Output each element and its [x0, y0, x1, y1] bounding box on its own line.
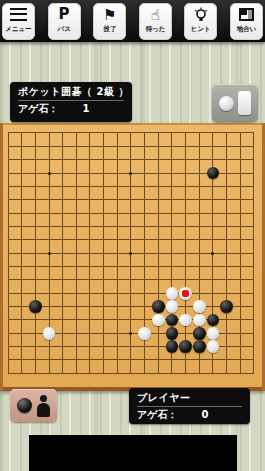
board-point[interactable]	[165, 246, 179, 259]
board-point[interactable]	[15, 340, 29, 353]
board-point[interactable]	[124, 353, 138, 366]
board-point[interactable]	[56, 193, 70, 206]
board-point[interactable]	[15, 246, 29, 259]
board-point[interactable]	[97, 367, 111, 380]
board-point[interactable]	[192, 233, 206, 246]
board-point[interactable]	[138, 340, 152, 353]
board-point[interactable]	[70, 166, 84, 179]
board-point[interactable]	[179, 300, 193, 313]
board-point[interactable]	[179, 140, 193, 153]
board-point[interactable]	[1, 367, 15, 380]
board-point[interactable]	[124, 153, 138, 166]
board-point[interactable]	[1, 340, 15, 353]
board-point[interactable]	[83, 313, 97, 326]
board-point[interactable]	[151, 193, 165, 206]
board-point[interactable]	[15, 220, 29, 233]
board-point[interactable]	[42, 300, 56, 313]
board-point[interactable]	[83, 273, 97, 286]
board-point[interactable]	[1, 180, 15, 193]
board-point[interactable]	[165, 140, 179, 153]
board-point[interactable]	[110, 340, 124, 353]
board-point[interactable]	[42, 126, 56, 139]
board-point[interactable]	[42, 153, 56, 166]
board-point[interactable]	[56, 260, 70, 273]
board-point[interactable]	[138, 220, 152, 233]
board-point[interactable]	[70, 273, 84, 286]
board-point[interactable]	[124, 193, 138, 206]
board-point[interactable]	[1, 353, 15, 366]
board-point[interactable]	[220, 300, 234, 313]
board-point[interactable]	[97, 180, 111, 193]
board-point[interactable]	[29, 206, 43, 219]
board-point[interactable]	[42, 140, 56, 153]
board-point[interactable]	[42, 180, 56, 193]
board-point[interactable]	[165, 206, 179, 219]
board-point[interactable]	[138, 206, 152, 219]
board-point[interactable]	[165, 193, 179, 206]
board-point[interactable]	[138, 246, 152, 259]
board-point[interactable]	[42, 220, 56, 233]
board-point[interactable]	[110, 353, 124, 366]
board-point[interactable]	[151, 126, 165, 139]
board-point[interactable]	[124, 300, 138, 313]
board-point[interactable]	[206, 233, 220, 246]
board-point[interactable]	[110, 273, 124, 286]
board-point[interactable]	[179, 126, 193, 139]
board-point[interactable]	[247, 300, 261, 313]
board-point[interactable]	[233, 166, 247, 179]
board-point[interactable]	[206, 140, 220, 153]
board-point[interactable]	[42, 193, 56, 206]
board-point[interactable]	[233, 180, 247, 193]
board-point[interactable]	[192, 206, 206, 219]
board-point[interactable]	[206, 367, 220, 380]
board-point[interactable]	[220, 287, 234, 300]
board-point[interactable]	[233, 220, 247, 233]
board-point[interactable]	[29, 153, 43, 166]
board-point[interactable]	[206, 313, 220, 326]
board-point[interactable]	[29, 287, 43, 300]
board-point[interactable]	[138, 153, 152, 166]
board-point[interactable]	[220, 206, 234, 219]
board-point[interactable]	[124, 246, 138, 259]
board-point[interactable]	[42, 327, 56, 340]
board-point[interactable]	[56, 340, 70, 353]
board-point[interactable]	[56, 180, 70, 193]
board-point[interactable]	[206, 206, 220, 219]
board-point[interactable]	[70, 153, 84, 166]
board-point[interactable]	[124, 166, 138, 179]
board-point[interactable]	[192, 140, 206, 153]
board-point[interactable]	[97, 273, 111, 286]
board-point[interactable]	[206, 353, 220, 366]
board-point[interactable]	[110, 166, 124, 179]
board-point[interactable]	[83, 220, 97, 233]
board-point[interactable]	[233, 300, 247, 313]
board-point[interactable]	[124, 206, 138, 219]
board-point[interactable]	[1, 193, 15, 206]
board-point[interactable]	[165, 340, 179, 353]
board-point[interactable]	[97, 353, 111, 366]
board-point[interactable]	[165, 367, 179, 380]
board-point[interactable]	[110, 153, 124, 166]
board-point[interactable]	[233, 273, 247, 286]
board-point[interactable]	[110, 193, 124, 206]
board-point[interactable]	[15, 140, 29, 153]
board-point[interactable]	[192, 273, 206, 286]
board-point[interactable]	[83, 340, 97, 353]
board-point[interactable]	[151, 340, 165, 353]
board-point[interactable]	[220, 260, 234, 273]
board-point[interactable]	[1, 260, 15, 273]
board-point[interactable]	[151, 313, 165, 326]
board-point[interactable]	[233, 246, 247, 259]
board-point[interactable]	[56, 233, 70, 246]
board-point[interactable]	[70, 206, 84, 219]
board-point[interactable]	[179, 206, 193, 219]
board-point[interactable]	[179, 367, 193, 380]
board-point[interactable]	[56, 367, 70, 380]
board-point[interactable]	[151, 353, 165, 366]
board-point[interactable]	[165, 180, 179, 193]
board-point[interactable]	[110, 233, 124, 246]
board-point[interactable]	[247, 193, 261, 206]
board-point[interactable]	[179, 287, 193, 300]
board-point[interactable]	[70, 340, 84, 353]
board-point[interactable]	[110, 367, 124, 380]
board-point[interactable]	[220, 126, 234, 139]
board-point[interactable]	[138, 287, 152, 300]
board-point[interactable]	[1, 313, 15, 326]
board-point[interactable]	[192, 300, 206, 313]
board-point[interactable]	[233, 313, 247, 326]
board-point[interactable]	[233, 233, 247, 246]
board-point[interactable]	[97, 300, 111, 313]
board-point[interactable]	[233, 126, 247, 139]
board-point[interactable]	[220, 180, 234, 193]
board-point[interactable]	[1, 126, 15, 139]
board-point[interactable]	[192, 260, 206, 273]
board-point[interactable]	[110, 327, 124, 340]
board-point[interactable]	[42, 233, 56, 246]
board-point[interactable]	[179, 233, 193, 246]
board-point[interactable]	[70, 140, 84, 153]
board-point[interactable]	[233, 327, 247, 340]
board-point[interactable]	[1, 153, 15, 166]
board-point[interactable]	[165, 233, 179, 246]
board-point[interactable]	[70, 327, 84, 340]
board-point[interactable]	[15, 193, 29, 206]
board-point[interactable]	[247, 206, 261, 219]
board-point[interactable]	[247, 367, 261, 380]
board-point[interactable]	[110, 313, 124, 326]
board-point[interactable]	[220, 340, 234, 353]
board-point[interactable]	[124, 327, 138, 340]
board-point[interactable]	[42, 287, 56, 300]
board-point[interactable]	[206, 220, 220, 233]
board-point[interactable]	[247, 260, 261, 273]
board-point[interactable]	[97, 233, 111, 246]
undo-button[interactable]: ☝ 待った	[139, 3, 172, 40]
board-point[interactable]	[42, 166, 56, 179]
board-point[interactable]	[83, 206, 97, 219]
board-point[interactable]	[56, 246, 70, 259]
board-point[interactable]	[138, 180, 152, 193]
board-point[interactable]	[247, 287, 261, 300]
board-point[interactable]	[83, 327, 97, 340]
board-point[interactable]	[70, 233, 84, 246]
board-point[interactable]	[29, 246, 43, 259]
board-point[interactable]	[233, 287, 247, 300]
board-point[interactable]	[42, 206, 56, 219]
board-point[interactable]	[70, 180, 84, 193]
board-point[interactable]	[124, 287, 138, 300]
board-point[interactable]	[15, 180, 29, 193]
board-point[interactable]	[233, 153, 247, 166]
board-point[interactable]	[247, 126, 261, 139]
resign-button[interactable]: ⚑ 投了	[93, 3, 126, 40]
board-point[interactable]	[56, 140, 70, 153]
board-point[interactable]	[42, 260, 56, 273]
board-point[interactable]	[70, 313, 84, 326]
board-point[interactable]	[233, 206, 247, 219]
board-point[interactable]	[138, 353, 152, 366]
board-point[interactable]	[165, 220, 179, 233]
board-point[interactable]	[29, 353, 43, 366]
board-point[interactable]	[206, 153, 220, 166]
board-point[interactable]	[110, 180, 124, 193]
board-point[interactable]	[124, 140, 138, 153]
board-point[interactable]	[97, 327, 111, 340]
board-point[interactable]	[151, 367, 165, 380]
board-point[interactable]	[110, 260, 124, 273]
board-point[interactable]	[138, 313, 152, 326]
board-point[interactable]	[56, 220, 70, 233]
board-point[interactable]	[56, 153, 70, 166]
board-point[interactable]	[192, 220, 206, 233]
board-point[interactable]	[179, 180, 193, 193]
board-point[interactable]	[15, 166, 29, 179]
board-point[interactable]	[151, 166, 165, 179]
board-point[interactable]	[15, 367, 29, 380]
board-point[interactable]	[220, 153, 234, 166]
board-point[interactable]	[29, 273, 43, 286]
board-point[interactable]	[56, 166, 70, 179]
board-point[interactable]	[70, 367, 84, 380]
board-point[interactable]	[138, 260, 152, 273]
board-point[interactable]	[247, 166, 261, 179]
board-point[interactable]	[70, 246, 84, 259]
board-point[interactable]	[220, 166, 234, 179]
board-point[interactable]	[165, 126, 179, 139]
board-point[interactable]	[29, 313, 43, 326]
board-point[interactable]	[29, 180, 43, 193]
board-point[interactable]	[138, 327, 152, 340]
board-point[interactable]	[192, 287, 206, 300]
board-point[interactable]	[247, 180, 261, 193]
board-point[interactable]	[15, 126, 29, 139]
board-point[interactable]	[124, 180, 138, 193]
board-point[interactable]	[83, 166, 97, 179]
board-point[interactable]	[165, 153, 179, 166]
board-point[interactable]	[56, 287, 70, 300]
board-point[interactable]	[97, 313, 111, 326]
board-point[interactable]	[15, 273, 29, 286]
board-point[interactable]	[151, 233, 165, 246]
board-point[interactable]	[110, 300, 124, 313]
board-point[interactable]	[70, 300, 84, 313]
board-point[interactable]	[29, 367, 43, 380]
board-point[interactable]	[110, 126, 124, 139]
board-point[interactable]	[247, 353, 261, 366]
board-point[interactable]	[165, 287, 179, 300]
board-point[interactable]	[151, 153, 165, 166]
board-point[interactable]	[206, 273, 220, 286]
board-point[interactable]	[165, 273, 179, 286]
board-point[interactable]	[165, 353, 179, 366]
board-point[interactable]	[1, 166, 15, 179]
board-point[interactable]	[83, 260, 97, 273]
board-point[interactable]	[29, 220, 43, 233]
board-point[interactable]	[42, 273, 56, 286]
board-point[interactable]	[15, 206, 29, 219]
board-point[interactable]	[192, 340, 206, 353]
board-point[interactable]	[247, 246, 261, 259]
board-point[interactable]	[192, 180, 206, 193]
board-point[interactable]	[70, 353, 84, 366]
board-point[interactable]	[220, 246, 234, 259]
board-point[interactable]	[138, 300, 152, 313]
board-point[interactable]	[42, 367, 56, 380]
board-point[interactable]	[233, 193, 247, 206]
board-point[interactable]	[97, 220, 111, 233]
board-point[interactable]	[42, 340, 56, 353]
territory-button[interactable]: 地合い	[230, 3, 263, 40]
board-point[interactable]	[179, 353, 193, 366]
board-point[interactable]	[247, 153, 261, 166]
board-point[interactable]	[192, 367, 206, 380]
board-point[interactable]	[1, 287, 15, 300]
board-point[interactable]	[138, 193, 152, 206]
board-point[interactable]	[247, 327, 261, 340]
board-point[interactable]	[192, 353, 206, 366]
board-point[interactable]	[15, 260, 29, 273]
board-point[interactable]	[56, 273, 70, 286]
board-point[interactable]	[179, 166, 193, 179]
board-point[interactable]	[138, 233, 152, 246]
board-point[interactable]	[29, 340, 43, 353]
board-point[interactable]	[110, 140, 124, 153]
board-point[interactable]	[97, 340, 111, 353]
board-point[interactable]	[151, 180, 165, 193]
board-point[interactable]	[1, 300, 15, 313]
board-point[interactable]	[179, 260, 193, 273]
board-point[interactable]	[179, 313, 193, 326]
board-point[interactable]	[220, 220, 234, 233]
board-point[interactable]	[97, 206, 111, 219]
board-point[interactable]	[124, 233, 138, 246]
board-point[interactable]	[70, 220, 84, 233]
board-point[interactable]	[138, 140, 152, 153]
board-point[interactable]	[1, 327, 15, 340]
board-point[interactable]	[247, 220, 261, 233]
board-point[interactable]	[138, 166, 152, 179]
board-point[interactable]	[247, 313, 261, 326]
board-point[interactable]	[247, 140, 261, 153]
board-point[interactable]	[151, 273, 165, 286]
board-point[interactable]	[70, 260, 84, 273]
board-point[interactable]	[165, 327, 179, 340]
board-point[interactable]	[179, 273, 193, 286]
board-point[interactable]	[151, 287, 165, 300]
board-point[interactable]	[97, 260, 111, 273]
board-point[interactable]	[192, 166, 206, 179]
board-point[interactable]	[97, 193, 111, 206]
board-point[interactable]	[42, 353, 56, 366]
board-point[interactable]	[83, 140, 97, 153]
board-point[interactable]	[56, 206, 70, 219]
board-point[interactable]	[138, 367, 152, 380]
board-point[interactable]	[247, 340, 261, 353]
board-point[interactable]	[124, 367, 138, 380]
board-point[interactable]	[83, 353, 97, 366]
board-point[interactable]	[151, 220, 165, 233]
board-point[interactable]	[56, 313, 70, 326]
board-point[interactable]	[206, 126, 220, 139]
board-point[interactable]	[220, 193, 234, 206]
board-point[interactable]	[15, 300, 29, 313]
board-point[interactable]	[83, 300, 97, 313]
board-point[interactable]	[56, 327, 70, 340]
board-point[interactable]	[151, 260, 165, 273]
board-point[interactable]	[206, 260, 220, 273]
board-point[interactable]	[42, 313, 56, 326]
menu-button[interactable]: メニュー	[2, 3, 35, 40]
board-point[interactable]	[220, 233, 234, 246]
board-point[interactable]	[124, 220, 138, 233]
board-point[interactable]	[192, 126, 206, 139]
board-point[interactable]	[29, 327, 43, 340]
board-point[interactable]	[1, 246, 15, 259]
board-point[interactable]	[165, 300, 179, 313]
board-point[interactable]	[220, 327, 234, 340]
board-point[interactable]	[220, 140, 234, 153]
board-point[interactable]	[29, 126, 43, 139]
board-point[interactable]	[206, 327, 220, 340]
board-point[interactable]	[97, 153, 111, 166]
board-point[interactable]	[206, 300, 220, 313]
board-point[interactable]	[56, 126, 70, 139]
board-point[interactable]	[42, 246, 56, 259]
board-point[interactable]	[83, 246, 97, 259]
board-point[interactable]	[179, 327, 193, 340]
board-point[interactable]	[206, 166, 220, 179]
board-point[interactable]	[192, 246, 206, 259]
board-point[interactable]	[220, 313, 234, 326]
board-point[interactable]	[29, 260, 43, 273]
board-point[interactable]	[151, 300, 165, 313]
board-point[interactable]	[83, 153, 97, 166]
board-point[interactable]	[56, 353, 70, 366]
board-point[interactable]	[110, 287, 124, 300]
board-point[interactable]	[233, 260, 247, 273]
board-point[interactable]	[56, 300, 70, 313]
board-point[interactable]	[83, 193, 97, 206]
board-point[interactable]	[97, 246, 111, 259]
board-point[interactable]	[124, 340, 138, 353]
board-point[interactable]	[151, 246, 165, 259]
board-point[interactable]	[29, 300, 43, 313]
